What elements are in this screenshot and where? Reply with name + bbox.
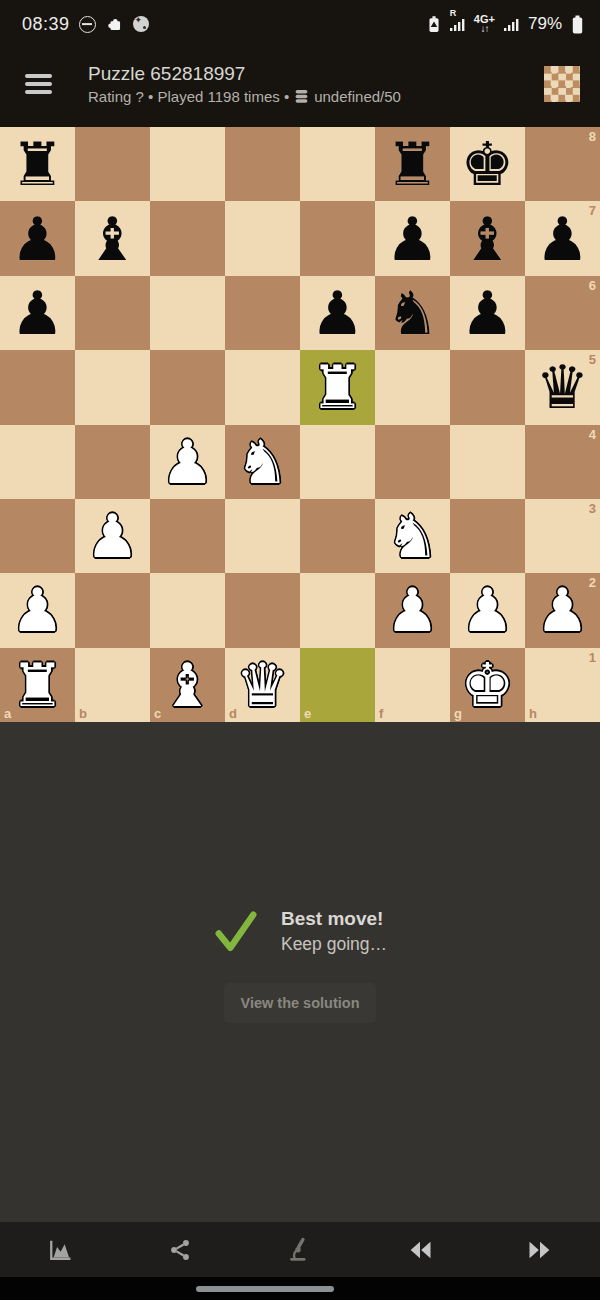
square-h2[interactable]: ♟2 [525, 573, 600, 647]
fast-forward-icon [526, 1236, 554, 1264]
square-f2[interactable]: ♟ [375, 573, 450, 647]
feedback-panel: Best move! Keep going… View the solution [0, 722, 600, 1222]
page-title: Puzzle 652818997 [88, 63, 544, 85]
square-d8[interactable] [225, 127, 300, 201]
square-a6[interactable]: ♟ [0, 276, 75, 350]
white-rook-piece[interactable]: ♜ [11, 655, 65, 715]
black-pawn-piece[interactable]: ♟ [11, 283, 65, 343]
square-a7[interactable]: ♟ [0, 201, 75, 275]
square-h7[interactable]: ♟7 [525, 201, 600, 275]
square-e6[interactable]: ♟ [300, 276, 375, 350]
black-pawn-piece[interactable]: ♟ [311, 283, 365, 343]
battery-icon [571, 14, 584, 35]
white-pawn-piece[interactable]: ♟ [461, 580, 515, 640]
square-a3[interactable] [0, 499, 75, 573]
app-screen: 08:39 R [0, 0, 600, 1300]
square-g7[interactable]: ♝ [450, 201, 525, 275]
square-d4[interactable]: ♞ [225, 425, 300, 499]
chart-icon [46, 1236, 74, 1264]
square-e7[interactable] [300, 201, 375, 275]
square-f3[interactable]: ♞ [375, 499, 450, 573]
square-a1[interactable]: ♜a [0, 648, 75, 722]
file-label-c: c [154, 707, 161, 720]
white-bishop-piece[interactable]: ♝ [161, 655, 215, 715]
square-b7[interactable]: ♝ [75, 201, 150, 275]
square-g1[interactable]: ♚g [450, 648, 525, 722]
white-pawn-piece[interactable]: ♟ [86, 506, 140, 566]
square-b8[interactable] [75, 127, 150, 201]
system-nav-bar [0, 1277, 600, 1300]
white-pawn-piece[interactable]: ♟ [11, 580, 65, 640]
square-e8[interactable] [300, 127, 375, 201]
database-icon [294, 89, 309, 104]
rank-label-5: 5 [589, 353, 596, 366]
square-c3[interactable] [150, 499, 225, 573]
square-a5[interactable] [0, 350, 75, 424]
nav-handle[interactable] [196, 1286, 334, 1292]
square-c7[interactable] [150, 201, 225, 275]
file-label-f: f [379, 707, 383, 720]
white-pawn-piece[interactable]: ♟ [536, 580, 590, 640]
menu-button[interactable] [14, 74, 66, 94]
square-g5[interactable] [450, 350, 525, 424]
white-knight-piece[interactable]: ♞ [386, 506, 440, 566]
black-king-piece[interactable]: ♚ [461, 134, 515, 194]
black-bishop-piece[interactable]: ♝ [86, 209, 140, 269]
black-pawn-piece[interactable]: ♟ [536, 209, 590, 269]
black-rook-piece[interactable]: ♜ [386, 134, 440, 194]
square-h5[interactable]: ♛5 [525, 350, 600, 424]
black-queen-piece[interactable]: ♛ [536, 357, 590, 417]
file-label-e: e [304, 707, 311, 720]
rank-label-7: 7 [589, 204, 596, 217]
square-b5[interactable] [75, 350, 150, 424]
square-a8[interactable]: ♜ [0, 127, 75, 201]
white-rook-piece[interactable]: ♜ [311, 357, 365, 417]
white-king-piece[interactable]: ♚ [461, 655, 515, 715]
black-knight-piece[interactable]: ♞ [386, 283, 440, 343]
square-g2[interactable]: ♟ [450, 573, 525, 647]
app-header: Puzzle 652818997 Rating ? • Played 1198 … [0, 48, 600, 127]
rank-label-8: 8 [589, 130, 596, 143]
white-pawn-piece[interactable]: ♟ [161, 432, 215, 492]
rank-label-6: 6 [589, 279, 596, 292]
square-f5[interactable] [375, 350, 450, 424]
white-pawn-piece[interactable]: ♟ [386, 580, 440, 640]
network-type-label: R [450, 8, 457, 18]
square-h1[interactable]: 1h [525, 648, 600, 722]
network-4g-icon: 4G+ ↓↑ [474, 14, 495, 34]
battery-saver-icon [427, 15, 441, 34]
microscope-icon [286, 1236, 314, 1264]
square-e2[interactable] [300, 573, 375, 647]
rank-label-2: 2 [589, 576, 596, 589]
black-pawn-piece[interactable]: ♟ [11, 209, 65, 269]
square-f4[interactable] [375, 425, 450, 499]
square-d6[interactable] [225, 276, 300, 350]
square-g3[interactable] [450, 499, 525, 573]
white-queen-piece[interactable]: ♛ [236, 655, 290, 715]
file-label-b: b [79, 707, 87, 720]
rank-label-4: 4 [589, 428, 596, 441]
rewind-button[interactable] [360, 1222, 480, 1277]
square-h8[interactable]: 8 [525, 127, 600, 201]
status-bar: 08:39 R [0, 0, 600, 48]
white-knight-piece[interactable]: ♞ [236, 432, 290, 492]
file-label-d: d [229, 707, 237, 720]
square-c1[interactable]: ♝c [150, 648, 225, 722]
share-icon [167, 1237, 193, 1263]
square-d5[interactable] [225, 350, 300, 424]
file-label-g: g [454, 707, 462, 720]
square-c5[interactable] [150, 350, 225, 424]
file-label-a: a [4, 707, 11, 720]
battery-percent: 79% [528, 14, 562, 34]
signal-icon [504, 17, 519, 31]
square-f8[interactable]: ♜ [375, 127, 450, 201]
square-d2[interactable] [225, 573, 300, 647]
black-rook-piece[interactable]: ♜ [11, 134, 65, 194]
square-b1[interactable]: b [75, 648, 150, 722]
square-e3[interactable] [300, 499, 375, 573]
clock: 08:39 [22, 14, 70, 35]
square-a2[interactable]: ♟ [0, 573, 75, 647]
square-h6[interactable]: 6 [525, 276, 600, 350]
square-e4[interactable] [300, 425, 375, 499]
black-pawn-piece[interactable]: ♟ [461, 283, 515, 343]
square-e5[interactable]: ♜ [300, 350, 375, 424]
view-solution-button[interactable]: View the solution [224, 983, 377, 1023]
feedback-subtitle: Keep going… [281, 934, 387, 955]
square-g8[interactable]: ♚ [450, 127, 525, 201]
square-d1[interactable]: ♛d [225, 648, 300, 722]
square-b4[interactable] [75, 425, 150, 499]
square-c8[interactable] [150, 127, 225, 201]
bottom-toolbar [0, 1222, 600, 1277]
feedback-title: Best move! [281, 908, 387, 930]
chart-button[interactable] [0, 1222, 120, 1277]
modes-icon [133, 16, 149, 32]
square-a4[interactable] [0, 425, 75, 499]
share-button[interactable] [120, 1222, 240, 1277]
square-f6[interactable]: ♞ [375, 276, 450, 350]
square-f7[interactable]: ♟ [375, 201, 450, 275]
puzzle-icon [105, 15, 124, 34]
square-g4[interactable] [450, 425, 525, 499]
rank-label-3: 3 [589, 502, 596, 515]
square-d3[interactable] [225, 499, 300, 573]
square-h3[interactable]: 3 [525, 499, 600, 573]
black-bishop-piece[interactable]: ♝ [461, 209, 515, 269]
rank-label-1: 1 [589, 651, 596, 664]
rewind-icon [406, 1236, 434, 1264]
square-b3[interactable]: ♟ [75, 499, 150, 573]
square-c4[interactable]: ♟ [150, 425, 225, 499]
do-not-disturb-icon [79, 16, 96, 33]
square-f1[interactable]: f [375, 648, 450, 722]
forward-button[interactable] [480, 1222, 600, 1277]
square-e1[interactable]: e [300, 648, 375, 722]
signal-r-icon: R [450, 17, 465, 31]
puzzle-streak: undefined/50 [314, 88, 401, 105]
check-icon [213, 909, 259, 955]
chess-board[interactable]: ♜♜♚8♟♝♟♝♟7♟♟♞♟6♜♛5♟♞4♟♞3♟♟♟♟2♜ab♝c♛def♚g… [0, 127, 600, 722]
black-pawn-piece[interactable]: ♟ [386, 209, 440, 269]
board-theme-button[interactable] [544, 66, 580, 102]
puzzle-meta: Rating ? • Played 1198 times • [88, 88, 289, 105]
analysis-button[interactable] [240, 1222, 360, 1277]
square-c2[interactable] [150, 573, 225, 647]
data-arrows-icon: ↓↑ [480, 24, 488, 34]
square-c6[interactable] [150, 276, 225, 350]
square-b2[interactable] [75, 573, 150, 647]
file-label-h: h [529, 707, 537, 720]
square-b6[interactable] [75, 276, 150, 350]
square-h4[interactable]: 4 [525, 425, 600, 499]
square-g6[interactable]: ♟ [450, 276, 525, 350]
square-d7[interactable] [225, 201, 300, 275]
